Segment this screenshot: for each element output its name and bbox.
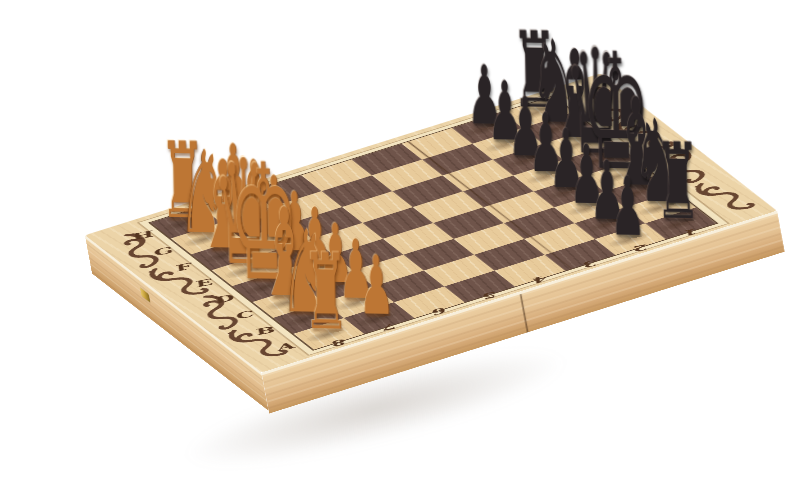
piece-glyph: ♟ (609, 165, 646, 247)
piece-glyph: ♜ (302, 239, 349, 344)
piece-glyph: ♟ (358, 244, 395, 326)
brass-clasp (140, 287, 150, 302)
chess-set-photo: ABCDEFGH 87654321 ♜♞♟♝♟♛♟♚♟♝♟♞♟♟♜♟♟♜♟♟♞♟… (0, 0, 800, 491)
black-pawn[interactable]: ♟ (597, 157, 657, 239)
fold-seam-front (520, 293, 529, 332)
scene: ABCDEFGH 87654321 ♜♞♟♝♟♛♟♚♟♝♟♞♟♟♜♟♟♜♟♟♞♟… (0, 0, 800, 491)
chess-box: ABCDEFGH 87654321 ♜♞♟♝♟♛♟♚♟♝♟♞♟♟♜♟♟♜♟♟♞♟… (85, 73, 777, 372)
piece-glyph: ♜ (654, 128, 701, 233)
white-rook[interactable]: ♜ (295, 228, 356, 334)
